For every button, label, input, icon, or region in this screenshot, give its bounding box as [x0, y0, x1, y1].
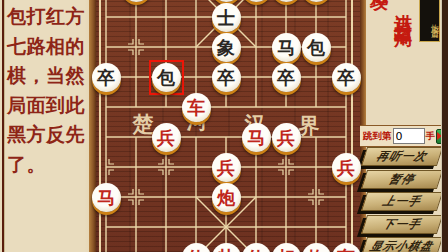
piece-red-cannon[interactable]: 炮 — [212, 183, 241, 212]
piece-black-horse[interactable]: 马 — [272, 33, 301, 62]
piece-black-cannon[interactable]: 包 — [152, 63, 181, 92]
piece-black-soldier[interactable]: 卒 — [92, 63, 121, 92]
jump-label-suffix: 手 — [426, 130, 436, 143]
commentary-panel: 包打红方七路相的棋，当然局面到此黑方反先了。 — [0, 0, 96, 252]
piece-red-soldier[interactable]: 兵 — [272, 123, 301, 152]
jump-label-prefix: 跳到第 — [363, 130, 392, 143]
xiangqi-app: 包打红方七路相的棋，当然局面到此黑方反先了。 楚 河 汉 界 马将士象车士象马包… — [0, 0, 448, 252]
piece-black-soldier[interactable]: 卒 — [332, 63, 361, 92]
previous-move-button[interactable]: 上一手 — [361, 192, 443, 211]
show-small-board-button[interactable]: 显示小棋盘 — [361, 237, 443, 252]
xiangqi-board[interactable]: 楚 河 汉 界 马将士象车士象马包卒包卒卒卒车兵马兵兵兵马炮仕帅仕相炮车 — [96, 0, 360, 252]
piece-black-advisor[interactable]: 士 — [212, 3, 241, 32]
piece-red-soldier[interactable]: 兵 — [152, 123, 181, 152]
river-label-chu: 楚 — [133, 110, 154, 138]
panel-frame-line — [2, 0, 4, 252]
commentary-text: 包打红方七路相的棋，当然局面到此黑方反先了。 — [7, 2, 91, 179]
piece-red-horse[interactable]: 马 — [242, 123, 271, 152]
panel-wood-divider — [89, 0, 96, 252]
pause-button[interactable]: 暂停 — [361, 170, 443, 189]
piece-black-soldier[interactable]: 卒 — [212, 63, 241, 92]
chapter-plaque: 炮攻击篇 — [419, 0, 440, 42]
opening-title-right: 进马封车局】 — [391, 0, 415, 24]
control-panel: 【五七炮攻 进马封车局】 炮攻击篇 跳到第 手 再听一次 暂停 上一手 下一手 … — [360, 0, 448, 252]
piece-black-cannon[interactable]: 包 — [302, 33, 331, 62]
piece-red-soldier[interactable]: 兵 — [212, 153, 241, 182]
next-move-button[interactable]: 下一手 — [361, 215, 443, 234]
replay-button[interactable]: 再听一次 — [361, 147, 443, 166]
piece-red-horse[interactable]: 马 — [92, 183, 121, 212]
move-number-input[interactable] — [393, 128, 425, 144]
piece-red-chariot[interactable]: 车 — [182, 93, 211, 122]
panel-right-edge — [441, 0, 448, 252]
piece-black-soldier[interactable]: 卒 — [272, 63, 301, 92]
playback-buttons: 再听一次 暂停 上一手 下一手 显示小棋盘 — [364, 147, 440, 252]
river-label-jie: 界 — [299, 112, 320, 140]
piece-red-soldier[interactable]: 兵 — [332, 153, 361, 182]
piece-black-elephant[interactable]: 象 — [212, 33, 241, 62]
jump-to-move-control: 跳到第 手 — [360, 125, 442, 147]
